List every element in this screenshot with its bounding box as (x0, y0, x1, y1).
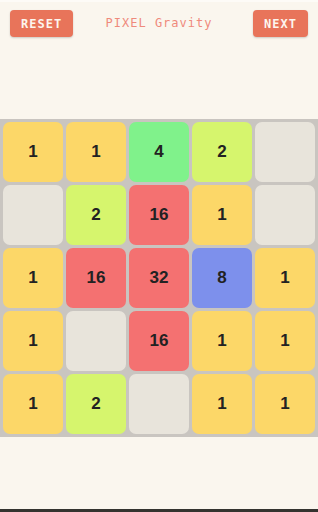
empty-cell (3, 185, 63, 245)
empty-cell (255, 122, 315, 182)
tile[interactable]: 1 (192, 185, 252, 245)
empty-cell (255, 185, 315, 245)
tile[interactable]: 2 (66, 185, 126, 245)
empty-cell (129, 374, 189, 434)
empty-cell (66, 311, 126, 371)
tile[interactable]: 4 (129, 122, 189, 182)
tile[interactable]: 2 (192, 122, 252, 182)
tile[interactable]: 1 (255, 311, 315, 371)
board: 114221611163281116111211 (0, 119, 318, 437)
tile[interactable]: 2 (66, 374, 126, 434)
tile[interactable]: 1 (255, 248, 315, 308)
tile[interactable]: 1 (3, 311, 63, 371)
tile[interactable]: 1 (3, 122, 63, 182)
tile[interactable]: 1 (255, 374, 315, 434)
tile[interactable]: 16 (66, 248, 126, 308)
next-button[interactable]: NEXT (253, 10, 308, 37)
tile[interactable]: 16 (129, 185, 189, 245)
tile[interactable]: 1 (192, 311, 252, 371)
top-bar: RESET PIXEL Gravity NEXT (0, 0, 318, 46)
tile[interactable]: 1 (3, 248, 63, 308)
tile[interactable]: 1 (192, 374, 252, 434)
tile[interactable]: 8 (192, 248, 252, 308)
tile[interactable]: 1 (3, 374, 63, 434)
tile[interactable]: 32 (129, 248, 189, 308)
tile[interactable]: 16 (129, 311, 189, 371)
tile[interactable]: 1 (66, 122, 126, 182)
